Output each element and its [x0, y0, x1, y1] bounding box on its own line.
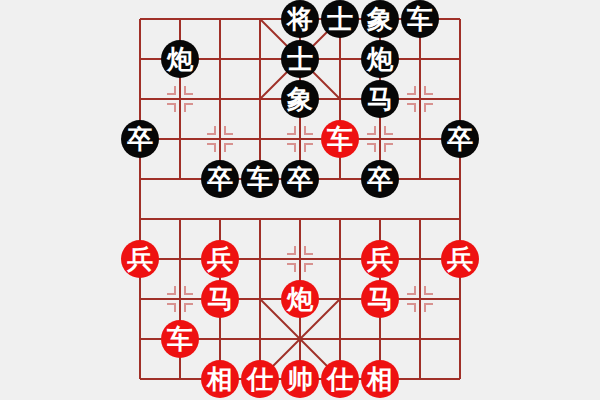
- piece-red-advisor[interactable]: 仕: [321, 360, 359, 398]
- piece-black-advisor[interactable]: 士: [281, 40, 319, 78]
- piece-black-soldier[interactable]: 卒: [281, 160, 319, 198]
- piece-red-soldier[interactable]: 兵: [201, 240, 239, 278]
- piece-black-cannon[interactable]: 炮: [161, 40, 199, 78]
- piece-black-soldier[interactable]: 卒: [121, 120, 159, 158]
- piece-black-elephant[interactable]: 象: [281, 80, 319, 118]
- xiangqi-board[interactable]: 将士象车炮士炮象马卒车卒卒车卒卒兵兵兵兵马炮马车相仕帅仕相: [0, 0, 600, 400]
- piece-red-soldier[interactable]: 兵: [441, 240, 479, 278]
- piece-red-elephant[interactable]: 相: [361, 360, 399, 398]
- piece-red-king[interactable]: 帅: [281, 360, 319, 398]
- piece-red-horse[interactable]: 马: [201, 280, 239, 318]
- piece-black-chariot[interactable]: 车: [241, 160, 279, 198]
- piece-red-chariot[interactable]: 车: [161, 320, 199, 358]
- piece-black-king[interactable]: 将: [281, 0, 319, 38]
- piece-black-soldier[interactable]: 卒: [441, 120, 479, 158]
- piece-red-cannon[interactable]: 炮: [281, 280, 319, 318]
- piece-black-cannon[interactable]: 炮: [361, 40, 399, 78]
- piece-red-elephant[interactable]: 相: [201, 360, 239, 398]
- piece-black-soldier[interactable]: 卒: [361, 160, 399, 198]
- piece-red-soldier[interactable]: 兵: [361, 240, 399, 278]
- piece-black-advisor[interactable]: 士: [321, 0, 359, 38]
- piece-black-chariot[interactable]: 车: [401, 0, 439, 38]
- piece-red-horse[interactable]: 马: [361, 280, 399, 318]
- piece-black-soldier[interactable]: 卒: [201, 160, 239, 198]
- piece-black-elephant[interactable]: 象: [361, 0, 399, 38]
- piece-red-chariot[interactable]: 车: [321, 120, 359, 158]
- xiangqi-screen: 将士象车炮士炮象马卒车卒卒车卒卒兵兵兵兵马炮马车相仕帅仕相: [0, 0, 600, 400]
- piece-red-soldier[interactable]: 兵: [121, 240, 159, 278]
- piece-red-advisor[interactable]: 仕: [241, 360, 279, 398]
- piece-black-horse[interactable]: 马: [361, 80, 399, 118]
